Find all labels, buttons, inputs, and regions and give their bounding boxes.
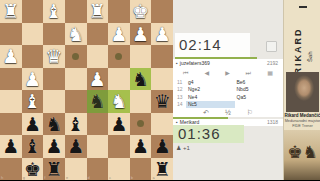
- square-h6[interactable]: [0, 113, 22, 136]
- file-coordinate: a: [152, 175, 154, 180]
- square-b1[interactable]: ♚: [130, 0, 152, 23]
- white-pawn-d4[interactable]: ♟: [87, 68, 109, 91]
- white-queen-f3[interactable]: ♛: [43, 45, 65, 68]
- move-nav-toolbar: ⏮◀▶⏭▦: [173, 68, 283, 79]
- square-g5[interactable]: ♝: [22, 90, 44, 113]
- offer-draw-icon[interactable]: ½: [225, 108, 231, 117]
- board[interactable]: ♜♝♜♚♞♟♟♟♟♛♟♟♞♝♞♞♛♟♞♝♟♟♝♟♟♟♟h♚g♜fedcb♜a: [0, 0, 173, 180]
- file-coordinate: g: [23, 175, 25, 180]
- black-pawn-e7[interactable]: ♟: [65, 135, 87, 158]
- square-d3[interactable]: [87, 45, 109, 68]
- move-hint-dot-b6[interactable]: [137, 120, 144, 127]
- black-pawn-b7[interactable]: ♟: [130, 135, 152, 158]
- square-b4[interactable]: ♞: [130, 68, 152, 91]
- move-list: 11g4Be612Nge2Nbd513Ne4Qa514Nc5: [173, 79, 283, 108]
- white-rook-d1[interactable]: ♜: [87, 0, 109, 23]
- square-a6[interactable]: [151, 113, 173, 136]
- square-a2[interactable]: ♟: [151, 23, 173, 46]
- square-e1[interactable]: [65, 0, 87, 23]
- square-e8[interactable]: e: [65, 158, 87, 181]
- square-h4[interactable]: [0, 68, 22, 91]
- black-pawn-h7[interactable]: ♟: [0, 135, 22, 158]
- move-13-white[interactable]: Ne4: [186, 94, 235, 101]
- square-g8[interactable]: ♚g: [22, 158, 44, 181]
- opponent-row[interactable]: ▪juzefaters369 2192: [173, 59, 283, 68]
- material-advantage-value: +1: [183, 145, 190, 151]
- portrait-caption: Rikard Medančić Međunarodni majstor FIDE…: [284, 113, 320, 129]
- square-d8[interactable]: d: [87, 158, 109, 181]
- square-a8[interactable]: ♜a: [151, 158, 173, 181]
- black-knight-b4[interactable]: ♞: [130, 68, 152, 91]
- square-g1[interactable]: [22, 0, 44, 23]
- square-e6[interactable]: ♝: [65, 113, 87, 136]
- square-h7[interactable]: ♟: [0, 135, 22, 158]
- square-g2[interactable]: [22, 23, 44, 46]
- black-pawn-a7[interactable]: ♟: [151, 135, 173, 158]
- square-e4[interactable]: [65, 68, 87, 91]
- white-bishop-f1[interactable]: ♝: [43, 0, 65, 23]
- move-12-black[interactable]: Nbd5: [235, 86, 284, 93]
- move-hint-dot-c3[interactable]: [115, 53, 122, 60]
- move-11-black[interactable]: Be6: [235, 79, 284, 86]
- square-f8[interactable]: ♜f: [43, 158, 65, 181]
- white-bishop-g5[interactable]: ♝: [22, 90, 44, 113]
- square-c2[interactable]: ♟: [108, 23, 130, 46]
- square-g4[interactable]: ♟: [22, 68, 44, 91]
- square-d6[interactable]: [87, 113, 109, 136]
- portrait-photo: [286, 72, 319, 112]
- square-d2[interactable]: [87, 23, 109, 46]
- white-pawn-a2[interactable]: ♟: [151, 23, 173, 46]
- file-coordinate: b: [131, 175, 133, 180]
- square-f5[interactable]: [43, 90, 65, 113]
- file-coordinate: e: [66, 175, 68, 180]
- square-b2[interactable]: ♟: [130, 23, 152, 46]
- square-h5[interactable]: [0, 90, 22, 113]
- white-pawn-b2[interactable]: ♟: [130, 23, 152, 46]
- square-c4[interactable]: [108, 68, 130, 91]
- square-d4[interactable]: ♟: [87, 68, 109, 91]
- square-b6[interactable]: [130, 113, 152, 136]
- black-king-g8[interactable]: ♚: [22, 158, 44, 181]
- square-f3[interactable]: ♛: [43, 45, 65, 68]
- pieces-photo-glyphs: ♚♞: [287, 142, 317, 162]
- black-queen-a5[interactable]: ♛: [151, 90, 173, 113]
- move-number: 14: [173, 101, 186, 108]
- square-h1[interactable]: ♜: [0, 0, 22, 23]
- square-d5[interactable]: ♞: [87, 90, 109, 113]
- square-b8[interactable]: b: [130, 158, 152, 181]
- resign-flag-icon[interactable]: ⚐: [247, 108, 253, 117]
- brand-dash-top: [299, 6, 307, 8]
- square-e5[interactable]: [65, 90, 87, 113]
- move-row-12: 12Nge2Nbd5: [173, 86, 283, 93]
- panel-corner-icon[interactable]: [266, 41, 277, 52]
- square-f6[interactable]: ♞: [43, 113, 65, 136]
- square-e3[interactable]: [65, 45, 87, 68]
- board-list-icon[interactable]: ▦: [267, 68, 273, 79]
- square-g3[interactable]: [22, 45, 44, 68]
- square-f2[interactable]: [43, 23, 65, 46]
- square-a5[interactable]: ♛: [151, 90, 173, 113]
- square-d1[interactable]: ♜: [87, 0, 109, 23]
- black-knight-d5[interactable]: ♞: [87, 90, 109, 113]
- move-11-white[interactable]: g4: [186, 79, 235, 86]
- square-a7[interactable]: ♟: [151, 135, 173, 158]
- move-14-black[interactable]: [235, 101, 284, 108]
- square-c1[interactable]: [108, 0, 130, 23]
- white-knight-c5[interactable]: ♞: [108, 90, 130, 113]
- square-b7[interactable]: ♟: [130, 135, 152, 158]
- square-a3[interactable]: [151, 45, 173, 68]
- white-pawn-c2[interactable]: ♟: [108, 23, 130, 46]
- opponent-clock: 02:14: [175, 33, 250, 57]
- file-coordinate: f: [44, 175, 45, 180]
- square-c6[interactable]: ♟: [108, 113, 130, 136]
- square-f7[interactable]: ♟: [43, 135, 65, 158]
- caption-role: FIDE Trener: [284, 124, 320, 129]
- square-b3[interactable]: [130, 45, 152, 68]
- go-next-icon[interactable]: ▶: [225, 68, 230, 79]
- captured-pawn-icon: ♟: [176, 144, 181, 151]
- opponent-rating: 2192: [267, 59, 278, 68]
- black-pawn-c6[interactable]: ♟: [108, 113, 130, 136]
- player-rating: 1318: [267, 119, 278, 126]
- material-advantage: ♟ +1: [176, 144, 190, 152]
- opponent-name: juzefaters369: [180, 60, 210, 66]
- square-h2[interactable]: [0, 23, 22, 46]
- game-actions: ↶½⚐: [173, 108, 283, 117]
- white-knight-e2[interactable]: ♞: [65, 23, 87, 46]
- square-a4[interactable]: [151, 68, 173, 91]
- move-number: 12: [173, 86, 186, 93]
- black-bishop-g7[interactable]: ♝: [22, 135, 44, 158]
- go-previous-icon[interactable]: ◀: [204, 68, 209, 79]
- square-c8[interactable]: c: [108, 158, 130, 181]
- square-e7[interactable]: ♟: [65, 135, 87, 158]
- square-g7[interactable]: ♝: [22, 135, 44, 158]
- white-pawn-h3[interactable]: ♟: [0, 45, 22, 68]
- black-rook-f8[interactable]: ♜: [43, 158, 65, 181]
- white-king-b1[interactable]: ♚: [130, 0, 152, 23]
- square-g6[interactable]: ♟: [22, 113, 44, 136]
- file-coordinate: c: [109, 175, 111, 180]
- black-pawn-g6[interactable]: ♟: [22, 113, 44, 136]
- move-number: 13: [173, 94, 186, 101]
- brand-sidebar: MERIKARD Šah Rikard Medančić Međunarodni…: [283, 0, 320, 180]
- move-hint-dot-e3[interactable]: [72, 53, 79, 60]
- square-a1[interactable]: [151, 0, 173, 23]
- opponent-status-icon: ▪: [176, 59, 178, 68]
- move-14-white[interactable]: Nc5: [186, 101, 235, 108]
- square-h8[interactable]: h: [0, 158, 22, 181]
- player-clock-active: 01:36: [173, 125, 244, 143]
- move-row-14: 14Nc5: [173, 101, 283, 108]
- takeback-icon[interactable]: ↶: [203, 108, 209, 117]
- square-b5[interactable]: [130, 90, 152, 113]
- white-pawn-g4[interactable]: ♟: [22, 68, 44, 91]
- side-panel: 02:14 ▪juzefaters369 2192 ⏮◀▶⏭▦ 11g4Be61…: [173, 0, 283, 180]
- move-number: 11: [173, 79, 186, 86]
- square-d7[interactable]: [87, 135, 109, 158]
- square-e2[interactable]: ♞: [65, 23, 87, 46]
- chess-pieces-photo: ♚♞: [284, 130, 320, 180]
- move-12-white[interactable]: Nge2: [186, 86, 235, 93]
- brand-subtitle: Šah: [307, 51, 313, 62]
- move-row-11: 11g4Be6: [173, 79, 283, 86]
- app-window: ♜♝♜♚♞♟♟♟♟♛♟♟♞♝♞♞♛♟♞♝♟♟♝♟♟♟♟h♚g♜fedcb♜a 0…: [0, 0, 320, 180]
- go-last-icon[interactable]: ⏭: [246, 68, 251, 79]
- file-coordinate: d: [88, 175, 90, 180]
- white-rook-h1[interactable]: ♜: [0, 0, 22, 23]
- square-c5[interactable]: ♞: [108, 90, 130, 113]
- square-c3[interactable]: [108, 45, 130, 68]
- black-pawn-f7[interactable]: ♟: [43, 135, 65, 158]
- square-h3[interactable]: ♟: [0, 45, 22, 68]
- square-f1[interactable]: ♝: [43, 0, 65, 23]
- black-bishop-e6[interactable]: ♝: [65, 113, 87, 136]
- square-c7[interactable]: [108, 135, 130, 158]
- go-first-icon[interactable]: ⏮: [183, 68, 188, 79]
- move-13-black[interactable]: Qa5: [235, 94, 284, 101]
- file-coordinate: h: [1, 175, 3, 180]
- black-knight-f6[interactable]: ♞: [43, 113, 65, 136]
- move-row-13: 13Ne4Qa5: [173, 94, 283, 101]
- square-f4[interactable]: [43, 68, 65, 91]
